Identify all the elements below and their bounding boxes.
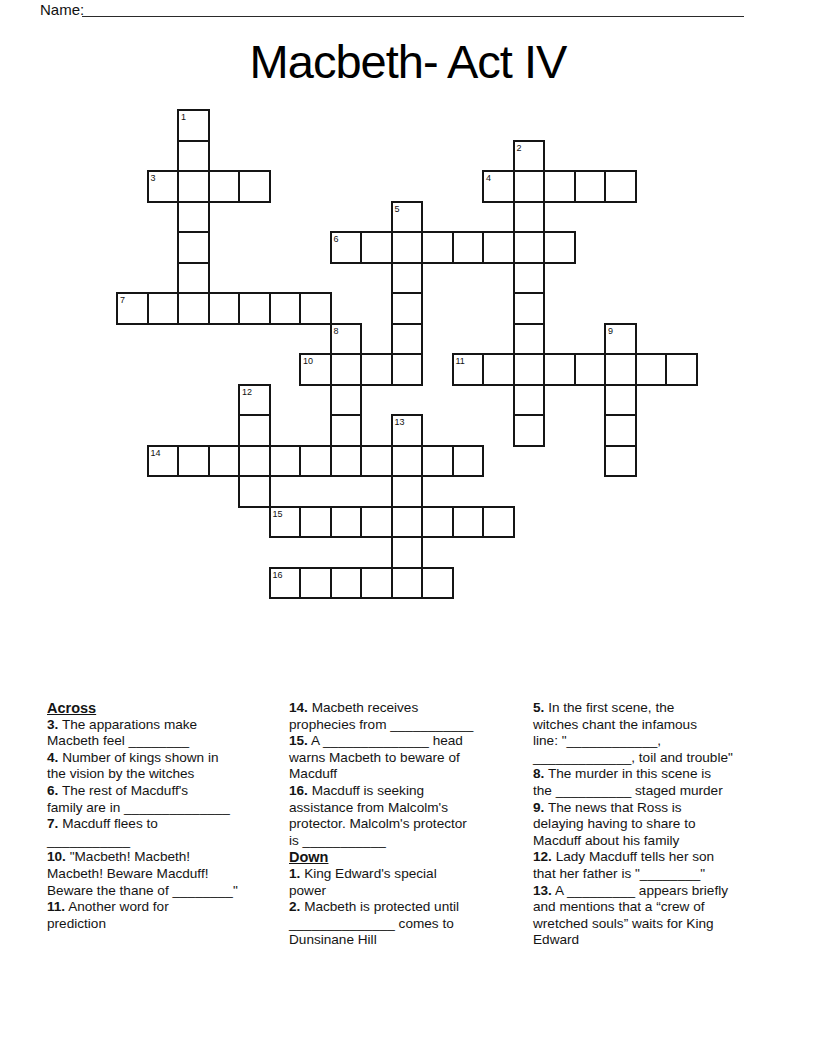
grid-cell-r4c9[interactable]	[391, 231, 424, 264]
clue-4: 4. Number of kings shown in the vision b…	[47, 750, 277, 783]
clue-number: 1.	[289, 866, 300, 881]
grid-cell-r8c14[interactable]	[543, 353, 576, 386]
grid-cell-r6c4[interactable]	[238, 292, 271, 325]
grid-cell-r2c16[interactable]	[604, 170, 637, 203]
cell-number-4: 4	[486, 173, 491, 183]
clue-text: Number of kings shown in the vision by t…	[47, 750, 219, 782]
clue-text: A ______________ head warns Macbeth to b…	[289, 733, 463, 781]
grid-cell-r10c16[interactable]	[604, 414, 637, 447]
clue-text: Macduff flees to ___________	[47, 816, 158, 848]
clue-8: 8. The murder in this scene is the _____…	[533, 766, 791, 799]
grid-cell-r7c13[interactable]	[513, 323, 546, 356]
grid-cell-r10c13[interactable]	[513, 414, 546, 447]
grid-cell-r8c13[interactable]	[513, 353, 546, 386]
clue-number: 3.	[47, 717, 58, 732]
clue-text: The news that Ross is delaying having to…	[533, 800, 695, 848]
clue-3: 3. The apparations make Macbeth feel ___…	[47, 717, 277, 750]
grid-cell-r2c15[interactable]	[574, 170, 607, 203]
grid-cell-r13c6[interactable]	[299, 506, 332, 539]
grid-cell-r15c8[interactable]	[360, 567, 393, 600]
clue-number: 11.	[47, 899, 65, 914]
grid-cell-r4c12[interactable]	[482, 231, 515, 264]
grid-cell-r11c4[interactable]	[238, 445, 271, 478]
page-title: Macbeth- Act IV	[0, 36, 816, 88]
grid-cell-r11c6[interactable]	[299, 445, 332, 478]
grid-cell-r4c10[interactable]	[421, 231, 454, 264]
grid-cell-r6c6[interactable]	[299, 292, 332, 325]
clue-list-header-down: Down	[289, 849, 535, 866]
clue-13: 13. A _________ appears briefly and ment…	[533, 883, 791, 949]
grid-cell-r5c9[interactable]	[391, 262, 424, 295]
clue-1: 1. King Edward's special power	[289, 866, 535, 899]
cell-number-6: 6	[334, 234, 339, 244]
grid-cell-r11c16[interactable]	[604, 445, 637, 478]
grid-cell-r3c13[interactable]	[513, 201, 546, 234]
clue-number: 8.	[533, 766, 544, 781]
clue-number: 6.	[47, 783, 58, 798]
clue-number: 15.	[289, 733, 308, 748]
grid-cell-r2c2[interactable]	[177, 170, 210, 203]
clue-12: 12. Lady Macduff tells her son that her …	[533, 849, 791, 882]
grid-cell-r13c9[interactable]	[391, 506, 424, 539]
grid-cell-r4c8[interactable]	[360, 231, 393, 264]
grid-cell-r1c2[interactable]	[177, 140, 210, 173]
grid-cell-r13c11[interactable]	[452, 506, 485, 539]
grid-cell-r12c4[interactable]	[238, 475, 271, 508]
grid-cell-r11c3[interactable]	[208, 445, 241, 478]
clue-number: 13.	[533, 883, 552, 898]
grid-cell-r14c9[interactable]	[391, 536, 424, 569]
clue-6: 6. The rest of Macduff's family are in _…	[47, 783, 277, 816]
grid-cell-r15c7[interactable]	[330, 567, 363, 600]
grid-cell-r13c8[interactable]	[360, 506, 393, 539]
cell-number-14: 14	[151, 448, 161, 458]
grid-cell-r6c3[interactable]	[208, 292, 241, 325]
grid-cell-r8c16[interactable]	[604, 353, 637, 386]
cell-number-1: 1	[181, 112, 186, 122]
clue-number: 16.	[289, 783, 308, 798]
clue-number: 4.	[47, 750, 58, 765]
grid-cell-r6c13[interactable]	[513, 292, 546, 325]
grid-cell-r11c7[interactable]	[330, 445, 363, 478]
clue-text: Macbeth is protected until _____________…	[289, 899, 459, 947]
clue-text: Macbeth receives prophecies from _______…	[289, 700, 473, 732]
clue-number: 9.	[533, 800, 544, 815]
cell-number-11: 11	[456, 356, 465, 366]
name-label: Name:	[40, 1, 84, 18]
grid-cell-r4c14[interactable]	[543, 231, 576, 264]
grid-cell-r11c11[interactable]	[452, 445, 485, 478]
clue-text: The rest of Macduff's family are in ____…	[47, 783, 230, 815]
clue-7: 7. Macduff flees to ___________	[47, 816, 277, 849]
grid-cell-r15c6[interactable]	[299, 567, 332, 600]
grid-cell-r4c2[interactable]	[177, 231, 210, 264]
clue-text: Another word for prediction	[47, 899, 169, 931]
cell-number-13: 13	[395, 417, 405, 427]
clue-number: 5.	[533, 700, 544, 715]
clue-column-down: 5. In the first scene, the witches chant…	[533, 700, 791, 949]
grid-cell-r10c4[interactable]	[238, 414, 271, 447]
grid-cell-r8c7[interactable]	[330, 353, 363, 386]
grid-cell-r8c8[interactable]	[360, 353, 393, 386]
grid-cell-r8c9[interactable]	[391, 353, 424, 386]
clue-number: 12.	[533, 849, 552, 864]
clue-column-across: Across3. The apparations make Macbeth fe…	[47, 700, 277, 932]
grid-cell-r11c8[interactable]	[360, 445, 393, 478]
grid-cell-r5c13[interactable]	[513, 262, 546, 295]
grid-cell-r8c12[interactable]	[482, 353, 515, 386]
grid-cell-r6c2[interactable]	[177, 292, 210, 325]
cell-number-5: 5	[395, 204, 400, 214]
cell-number-9: 9	[608, 326, 613, 336]
clue-2: 2. Macbeth is protected until __________…	[289, 899, 535, 949]
grid-cell-r11c5[interactable]	[269, 445, 302, 478]
cell-number-7: 7	[120, 295, 125, 305]
grid-cell-r15c9[interactable]	[391, 567, 424, 600]
cell-number-8: 8	[334, 326, 339, 336]
grid-cell-r8c15[interactable]	[574, 353, 607, 386]
grid-cell-r11c9[interactable]	[391, 445, 424, 478]
clue-list-header-across: Across	[47, 700, 277, 717]
name-blank[interactable]	[82, 3, 744, 17]
clue-number: 14.	[289, 700, 308, 715]
grid-cell-r11c10[interactable]	[421, 445, 454, 478]
cell-number-2: 2	[517, 143, 522, 153]
cell-number-3: 3	[151, 173, 156, 183]
grid-cell-r2c3[interactable]	[208, 170, 241, 203]
grid-cell-r9c16[interactable]	[604, 384, 637, 417]
cell-number-12: 12	[242, 387, 252, 397]
grid-cell-r6c1[interactable]	[147, 292, 180, 325]
clue-15: 15. A ______________ head warns Macbeth …	[289, 733, 535, 783]
clue-text: A _________ appears briefly and mentions…	[533, 883, 728, 948]
grid-cell-r4c11[interactable]	[452, 231, 485, 264]
clue-text: "Macbeth! Macbeth! Macbeth! Beware Macdu…	[47, 849, 238, 897]
grid-cell-r6c9[interactable]	[391, 292, 424, 325]
grid-cell-r13c10[interactable]	[421, 506, 454, 539]
grid-cell-r8c17[interactable]	[635, 353, 668, 386]
cell-number-10: 10	[303, 356, 313, 366]
grid-cell-r13c12[interactable]	[482, 506, 515, 539]
clue-5: 5. In the first scene, the witches chant…	[533, 700, 791, 766]
grid-cell-r2c4[interactable]	[238, 170, 271, 203]
clue-text: In the first scene, the witches chant th…	[533, 700, 733, 765]
grid-cell-r6c5[interactable]	[269, 292, 302, 325]
clue-16: 16. Macduff is seeking assistance from M…	[289, 783, 535, 849]
clue-text: King Edward's special power	[289, 866, 437, 898]
grid-cell-r2c13[interactable]	[513, 170, 546, 203]
grid-cell-r5c2[interactable]	[177, 262, 210, 295]
grid-cell-r4c13[interactable]	[513, 231, 546, 264]
crossword-grid: 12345678910111213141516	[117, 110, 697, 599]
clue-9: 9. The news that Ross is delaying having…	[533, 800, 791, 850]
grid-cell-r9c13[interactable]	[513, 384, 546, 417]
clue-number: 7.	[47, 816, 58, 831]
clue-number: 2.	[289, 899, 300, 914]
grid-cell-r11c2[interactable]	[177, 445, 210, 478]
grid-cell-r13c7[interactable]	[330, 506, 363, 539]
grid-cell-r15c10[interactable]	[421, 567, 454, 600]
clue-text: The apparations make Macbeth feel ______…	[47, 717, 197, 749]
grid-cell-r7c9[interactable]	[391, 323, 424, 356]
clue-text: Macduff is seeking assistance from Malco…	[289, 783, 467, 848]
grid-cell-r9c7[interactable]	[330, 384, 363, 417]
grid-cell-r2c14[interactable]	[543, 170, 576, 203]
grid-cell-r10c7[interactable]	[330, 414, 363, 447]
cell-number-15: 15	[273, 509, 283, 519]
grid-cell-r8c18[interactable]	[665, 353, 698, 386]
clue-text: The murder in this scene is the ________…	[533, 766, 723, 798]
grid-cell-r12c9[interactable]	[391, 475, 424, 508]
cell-number-16: 16	[273, 570, 283, 580]
clue-text: Lady Macduff tells her son that her fath…	[533, 849, 714, 881]
clue-number: 10.	[47, 849, 66, 864]
clue-11: 11. Another word for prediction	[47, 899, 277, 932]
grid-cell-r3c2[interactable]	[177, 201, 210, 234]
clue-column-middle: 14. Macbeth receives prophecies from ___…	[289, 700, 535, 949]
clue-14: 14. Macbeth receives prophecies from ___…	[289, 700, 535, 733]
clue-10: 10. "Macbeth! Macbeth! Macbeth! Beware M…	[47, 849, 277, 899]
